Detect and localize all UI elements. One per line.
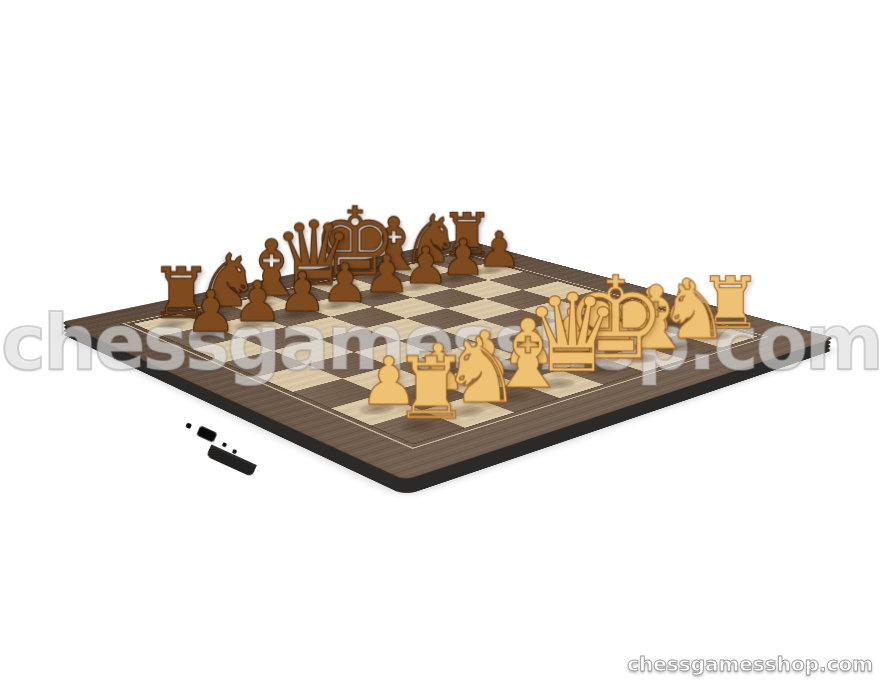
piece-black-pawn-a7: ♟: [170, 328, 232, 346]
pin-hole-icon: [222, 442, 227, 447]
jack-port-icon: [185, 422, 192, 429]
white-rook-glyph: ♜: [340, 347, 523, 433]
piece-white-rook-a1: ♜: [381, 414, 455, 440]
black-pawn-glyph: ♟: [134, 283, 287, 340]
product-photo-scene: chessgamesshop.com ♜♞♟♝♟♚♟♛♟♝♟♞♟♟♜♟♟♜♟♟♞…: [0, 0, 880, 680]
usb-port-icon: [196, 425, 218, 443]
site-logo: chessgamesshop.com: [627, 652, 873, 676]
connector-tab: [206, 444, 257, 477]
